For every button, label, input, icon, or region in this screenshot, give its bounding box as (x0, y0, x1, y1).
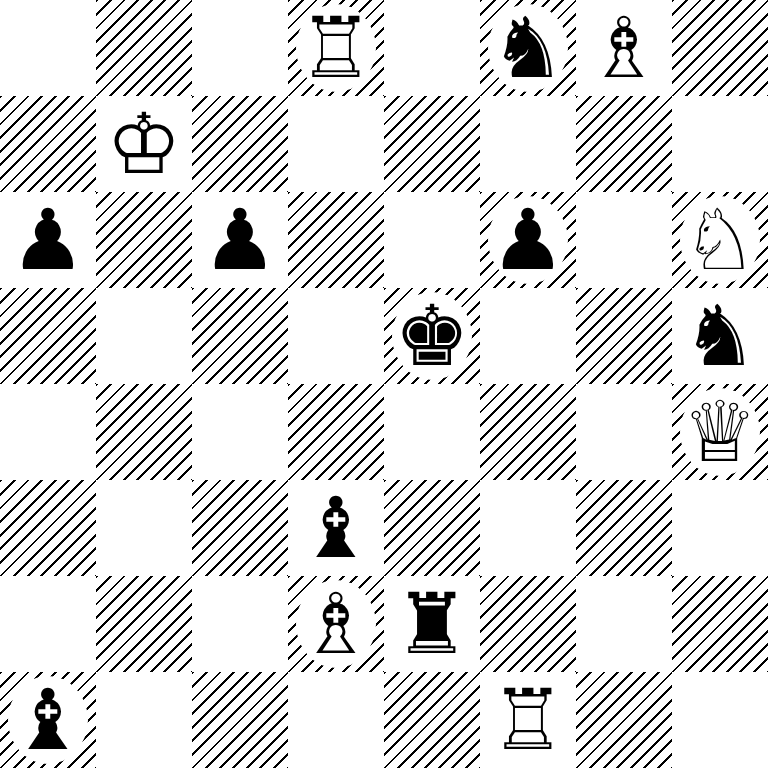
square-f8[interactable]: ♞ (480, 0, 576, 96)
square-f5[interactable] (480, 288, 576, 384)
square-a3[interactable] (0, 480, 96, 576)
page: ♖♞♗♔♟♟♟♘♚♞♕♝♗♜♝♖ (0, 0, 768, 768)
black-pawn-piece: ♟ (0, 192, 96, 288)
square-e1[interactable] (384, 672, 480, 768)
square-c6[interactable]: ♟ (192, 192, 288, 288)
square-c7[interactable] (192, 96, 288, 192)
black-pawn-piece: ♟ (480, 192, 576, 288)
square-h7[interactable] (672, 96, 768, 192)
square-c5[interactable] (192, 288, 288, 384)
square-g1[interactable] (576, 672, 672, 768)
square-d8[interactable]: ♖ (288, 0, 384, 96)
square-d2[interactable]: ♗ (288, 576, 384, 672)
square-d5[interactable] (288, 288, 384, 384)
square-a1[interactable]: ♝ (0, 672, 96, 768)
square-g6[interactable] (576, 192, 672, 288)
square-e4[interactable] (384, 384, 480, 480)
square-b7[interactable]: ♔ (96, 96, 192, 192)
square-c8[interactable] (192, 0, 288, 96)
square-g5[interactable] (576, 288, 672, 384)
square-c1[interactable] (192, 672, 288, 768)
square-e2[interactable]: ♜ (384, 576, 480, 672)
black-bishop-piece: ♝ (288, 480, 384, 576)
square-d4[interactable] (288, 384, 384, 480)
square-e7[interactable] (384, 96, 480, 192)
square-c2[interactable] (192, 576, 288, 672)
white-king-piece: ♔ (96, 96, 192, 192)
square-b1[interactable] (96, 672, 192, 768)
square-f3[interactable] (480, 480, 576, 576)
square-h4[interactable]: ♕ (672, 384, 768, 480)
square-e8[interactable] (384, 0, 480, 96)
square-b5[interactable] (96, 288, 192, 384)
square-g7[interactable] (576, 96, 672, 192)
square-a6[interactable]: ♟ (0, 192, 96, 288)
black-king-piece: ♚ (384, 288, 480, 384)
white-rook-piece: ♖ (480, 672, 576, 768)
square-d3[interactable]: ♝ (288, 480, 384, 576)
square-h2[interactable] (672, 576, 768, 672)
square-a8[interactable] (0, 0, 96, 96)
square-f4[interactable] (480, 384, 576, 480)
square-c3[interactable] (192, 480, 288, 576)
square-h5[interactable]: ♞ (672, 288, 768, 384)
square-h3[interactable] (672, 480, 768, 576)
square-e5[interactable]: ♚ (384, 288, 480, 384)
black-pawn-piece: ♟ (192, 192, 288, 288)
white-bishop-piece: ♗ (288, 576, 384, 672)
black-bishop-piece: ♝ (0, 672, 96, 768)
square-g2[interactable] (576, 576, 672, 672)
square-g3[interactable] (576, 480, 672, 576)
black-rook-piece: ♜ (384, 576, 480, 672)
square-b4[interactable] (96, 384, 192, 480)
black-knight-piece: ♞ (480, 0, 576, 96)
square-f6[interactable]: ♟ (480, 192, 576, 288)
square-e3[interactable] (384, 480, 480, 576)
square-a5[interactable] (0, 288, 96, 384)
square-b8[interactable] (96, 0, 192, 96)
white-bishop-piece: ♗ (576, 0, 672, 96)
square-g4[interactable] (576, 384, 672, 480)
square-f1[interactable]: ♖ (480, 672, 576, 768)
square-h6[interactable]: ♘ (672, 192, 768, 288)
white-knight-piece: ♘ (672, 192, 768, 288)
square-e6[interactable] (384, 192, 480, 288)
square-d6[interactable] (288, 192, 384, 288)
square-b2[interactable] (96, 576, 192, 672)
square-c4[interactable] (192, 384, 288, 480)
square-h8[interactable] (672, 0, 768, 96)
square-b3[interactable] (96, 480, 192, 576)
white-queen-piece: ♕ (672, 384, 768, 480)
square-a7[interactable] (0, 96, 96, 192)
square-d7[interactable] (288, 96, 384, 192)
chess-board: ♖♞♗♔♟♟♟♘♚♞♕♝♗♜♝♖ (0, 0, 768, 768)
square-f7[interactable] (480, 96, 576, 192)
square-f2[interactable] (480, 576, 576, 672)
square-g8[interactable]: ♗ (576, 0, 672, 96)
square-a4[interactable] (0, 384, 96, 480)
black-knight-piece: ♞ (672, 288, 768, 384)
square-d1[interactable] (288, 672, 384, 768)
square-h1[interactable] (672, 672, 768, 768)
square-a2[interactable] (0, 576, 96, 672)
square-b6[interactable] (96, 192, 192, 288)
white-rook-piece: ♖ (288, 0, 384, 96)
